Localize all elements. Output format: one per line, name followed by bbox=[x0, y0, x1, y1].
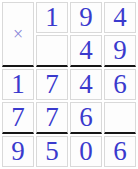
multiplicand-digit-tens: 9 bbox=[70, 2, 102, 33]
partial1-digit-tens: 4 bbox=[70, 69, 102, 100]
partial1-digit-hundreds: 7 bbox=[36, 69, 68, 100]
partial2-digit-hundreds: 7 bbox=[2, 102, 34, 133]
product-digit-thousands: 9 bbox=[2, 136, 34, 167]
multiply-sign: × bbox=[2, 2, 34, 67]
partial2-digit-ones: 6 bbox=[70, 102, 102, 133]
product-digit-tens: 0 bbox=[70, 136, 102, 167]
multiplication-grid: × 1 9 4 4 9 1 7 4 6 7 7 6 9 5 0 6 bbox=[0, 0, 138, 169]
multiplicand-digit-hundreds: 1 bbox=[36, 2, 68, 33]
multiplier-digit-ones: 9 bbox=[104, 35, 136, 66]
multiplicand-digit-ones: 4 bbox=[104, 2, 136, 33]
partial2-digit-tens: 7 bbox=[36, 102, 68, 133]
partial1-digit-thousands: 1 bbox=[2, 69, 34, 100]
partial2-empty-cell bbox=[104, 102, 136, 133]
multiplier-digit-tens: 4 bbox=[70, 35, 102, 66]
partial1-digit-ones: 6 bbox=[104, 69, 136, 100]
product-digit-ones: 6 bbox=[104, 136, 136, 167]
multiplier-empty-cell bbox=[36, 35, 68, 66]
product-digit-hundreds: 5 bbox=[36, 136, 68, 167]
